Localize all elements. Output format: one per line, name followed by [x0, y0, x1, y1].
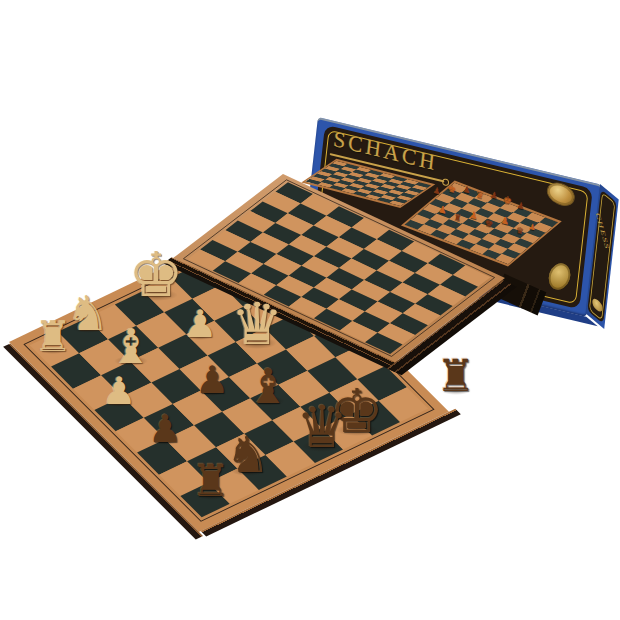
chess-piece-dark-pawn: ♟ — [146, 410, 184, 448]
chess-piece-light-king: ♚ — [125, 244, 187, 306]
chess-piece-dark-rook: ♜ — [434, 354, 478, 398]
chess-piece-dark-queen: ♛ — [293, 398, 351, 456]
chess-piece-light-pawn: ♟ — [181, 305, 219, 343]
chess-piece-light-pawn: ♟ — [100, 372, 138, 410]
chess-piece-light-queen: ♛ — [228, 295, 286, 353]
chess-piece-light-rook: ♜ — [32, 316, 74, 358]
chess-set-product-photo: SCHACH ♟♚♟♛♟♚♟♟♜♟♚♟♛♟ CHESS ♚♞♟♛♜♝♜♟♝♟♚♟… — [0, 0, 620, 620]
chess-pieces-layer: ♚♞♟♛♜♝♜♟♝♟♚♟♛♞♜ — [0, 0, 620, 620]
chess-piece-dark-bishop: ♝ — [244, 362, 292, 410]
chess-piece-dark-pawn: ♟ — [193, 361, 231, 399]
chess-piece-dark-rook: ♜ — [189, 459, 233, 503]
chess-piece-light-bishop: ♝ — [107, 322, 155, 370]
